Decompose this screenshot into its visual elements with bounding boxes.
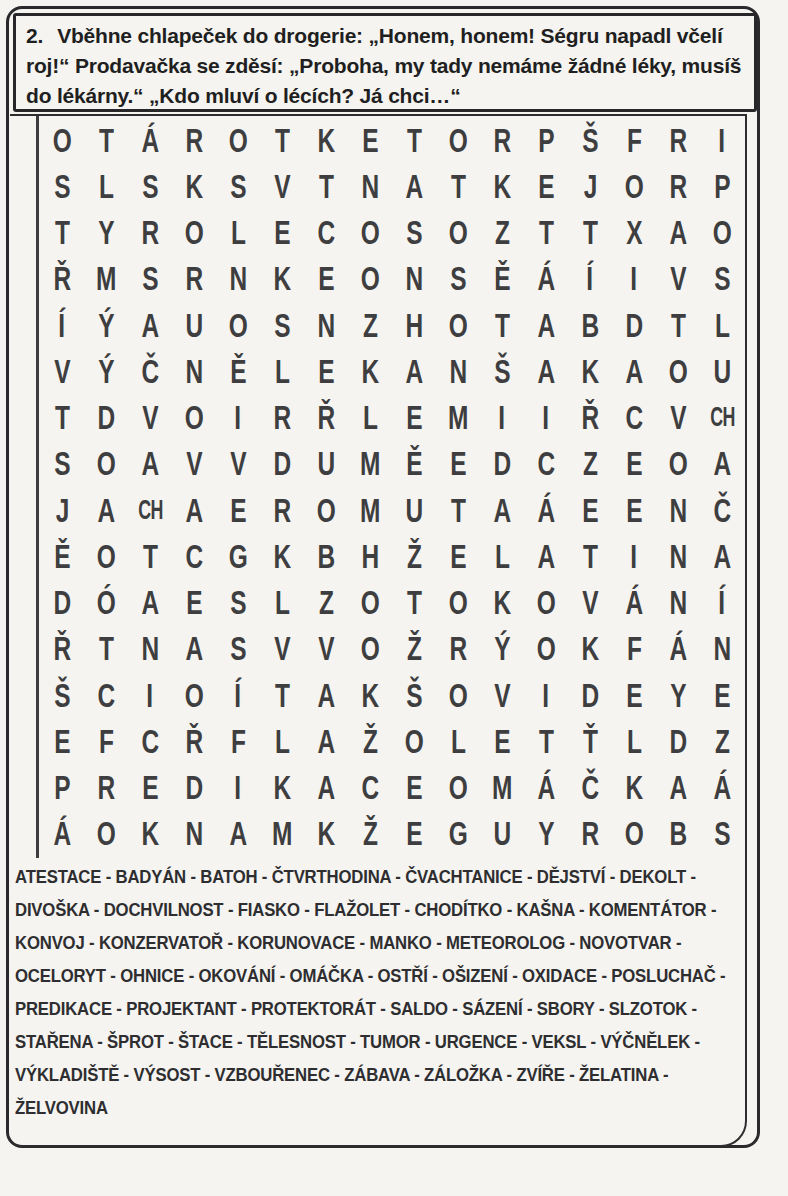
grid-cell: G bbox=[436, 811, 480, 857]
grid-cell: O bbox=[348, 256, 392, 302]
grid-cell: O bbox=[84, 533, 128, 579]
grid-cell: A bbox=[216, 811, 260, 857]
grid-cell: Ť bbox=[568, 718, 612, 764]
grid-cell: V bbox=[480, 672, 524, 718]
grid-cell: R bbox=[656, 117, 700, 163]
grid-cell: C bbox=[612, 395, 656, 441]
grid-cell: S bbox=[40, 441, 84, 487]
grid-cell: R bbox=[568, 811, 612, 857]
grid-cell: U bbox=[700, 348, 744, 394]
grid-cell: A bbox=[84, 487, 128, 533]
grid-cell: CH bbox=[700, 395, 744, 441]
word-list-line: STAŘENA - ŠPROT - ŠTACE - TĚLESNOST - TU… bbox=[15, 1025, 684, 1058]
grid-cell: O bbox=[436, 765, 480, 811]
grid-cell: A bbox=[128, 441, 172, 487]
grid-cell: E bbox=[304, 256, 348, 302]
grid-cell: L bbox=[260, 348, 304, 394]
grid-cell: O bbox=[656, 348, 700, 394]
grid-cell: K bbox=[304, 117, 348, 163]
grid-cell: E bbox=[524, 163, 568, 209]
grid-cell: T bbox=[40, 395, 84, 441]
grid-cell: E bbox=[480, 718, 524, 764]
grid-cell: K bbox=[480, 580, 524, 626]
grid-cell: N bbox=[656, 533, 700, 579]
grid-cell: O bbox=[392, 718, 436, 764]
grid-cell: A bbox=[656, 210, 700, 256]
grid-cell: T bbox=[436, 163, 480, 209]
grid-cell: K bbox=[612, 765, 656, 811]
grid-cell: O bbox=[656, 441, 700, 487]
grid-cell: A bbox=[304, 765, 348, 811]
grid-cell: Í bbox=[700, 580, 744, 626]
grid-cell: E bbox=[40, 718, 84, 764]
grid-cell: A bbox=[656, 765, 700, 811]
grid-cell: B bbox=[656, 811, 700, 857]
grid-cell: B bbox=[304, 533, 348, 579]
grid-cell: I bbox=[128, 672, 172, 718]
grid-cell: S bbox=[40, 163, 84, 209]
grid-cell: A bbox=[480, 487, 524, 533]
word-list-line: DIVOŠKA - DOCHVILNOST - FIASKO - FLAŽOLE… bbox=[15, 893, 684, 926]
grid-cell: V bbox=[568, 580, 612, 626]
grid-cell: R bbox=[436, 626, 480, 672]
grid-cell: R bbox=[84, 765, 128, 811]
grid-cell: Ž bbox=[348, 811, 392, 857]
grid-cell: T bbox=[84, 117, 128, 163]
grid-cell: A bbox=[304, 672, 348, 718]
grid-cell: V bbox=[172, 441, 216, 487]
grid-cell: Ž bbox=[392, 626, 436, 672]
grid-cell: C bbox=[172, 533, 216, 579]
grid-cell: R bbox=[480, 117, 524, 163]
grid-cell: V bbox=[260, 163, 304, 209]
grid-cell: V bbox=[656, 395, 700, 441]
grid-cell: E bbox=[304, 348, 348, 394]
grid-cell: V bbox=[128, 395, 172, 441]
grid-cell: A bbox=[392, 348, 436, 394]
grid-cell: T bbox=[40, 210, 84, 256]
grid-cell: O bbox=[612, 811, 656, 857]
grid-cell: K bbox=[348, 672, 392, 718]
grid-cell: K bbox=[172, 163, 216, 209]
grid-cell: A bbox=[612, 348, 656, 394]
grid-cell: N bbox=[392, 256, 436, 302]
grid-cell: Ř bbox=[40, 256, 84, 302]
grid-cell: A bbox=[172, 487, 216, 533]
grid-cell: N bbox=[700, 626, 744, 672]
grid-cell: O bbox=[348, 626, 392, 672]
grid-cell: K bbox=[304, 811, 348, 857]
grid-cell: O bbox=[348, 580, 392, 626]
word-list-line: KONVOJ - KONZERVATOŘ - KORUNOVACE - MANK… bbox=[15, 926, 684, 959]
grid-cell: S bbox=[216, 163, 260, 209]
word-search-grid: OTÁROTKETORPŠFRISLSKSVTNATKEJORPTYROLECO… bbox=[40, 117, 744, 857]
grid-cell: Z bbox=[348, 302, 392, 348]
grid-cell: L bbox=[700, 302, 744, 348]
grid-cell: K bbox=[260, 256, 304, 302]
grid-cell: Š bbox=[40, 672, 84, 718]
grid-cell: N bbox=[128, 626, 172, 672]
grid-cell: R bbox=[172, 256, 216, 302]
grid-cell: T bbox=[260, 672, 304, 718]
grid-cell: L bbox=[260, 718, 304, 764]
grid-cell: R bbox=[656, 163, 700, 209]
grid-cell: N bbox=[656, 487, 700, 533]
grid-cell: O bbox=[436, 302, 480, 348]
grid-cell: Z bbox=[480, 210, 524, 256]
grid-cell: Á bbox=[700, 765, 744, 811]
grid-cell: Č bbox=[128, 348, 172, 394]
grid-cell: P bbox=[524, 117, 568, 163]
grid-cell: Ý bbox=[84, 302, 128, 348]
grid-cell: T bbox=[392, 580, 436, 626]
grid-cell: K bbox=[260, 765, 304, 811]
grid-cell: T bbox=[568, 210, 612, 256]
grid-cell: Ř bbox=[172, 718, 216, 764]
grid-cell: O bbox=[172, 210, 216, 256]
grid-cell: F bbox=[84, 718, 128, 764]
grid-cell: E bbox=[568, 487, 612, 533]
grid-cell: T bbox=[304, 163, 348, 209]
grid-cell: Á bbox=[40, 811, 84, 857]
grid-cell: V bbox=[304, 626, 348, 672]
grid-cell: Ř bbox=[304, 395, 348, 441]
grid-cell: L bbox=[436, 718, 480, 764]
grid-cell: F bbox=[612, 117, 656, 163]
grid-cell: I bbox=[216, 395, 260, 441]
grid-cell: Ě bbox=[480, 256, 524, 302]
grid-cell: A bbox=[524, 348, 568, 394]
grid-cell: O bbox=[524, 580, 568, 626]
grid-cell: C bbox=[84, 672, 128, 718]
grid-cell: J bbox=[40, 487, 84, 533]
grid-cell: Á bbox=[128, 117, 172, 163]
grid-cell: C bbox=[304, 210, 348, 256]
grid-cell: O bbox=[216, 302, 260, 348]
grid-cell: I bbox=[524, 395, 568, 441]
grid-cell: O bbox=[40, 117, 84, 163]
grid-cell: Y bbox=[656, 672, 700, 718]
grid-cell: O bbox=[304, 487, 348, 533]
grid-cell: N bbox=[304, 302, 348, 348]
grid-cell: Ě bbox=[40, 533, 84, 579]
grid-cell: E bbox=[172, 580, 216, 626]
puzzle-intro: 2.Vběhne chlapeček do drogerie: „Honem, … bbox=[13, 13, 757, 112]
grid-cell: M bbox=[260, 811, 304, 857]
grid-cell: CH bbox=[128, 487, 172, 533]
grid-cell: E bbox=[612, 441, 656, 487]
grid-cell: I bbox=[524, 672, 568, 718]
grid-cell: T bbox=[84, 626, 128, 672]
grid-cell: F bbox=[216, 718, 260, 764]
grid-cell: O bbox=[172, 672, 216, 718]
grid-cell: O bbox=[84, 441, 128, 487]
grid-cell: R bbox=[260, 487, 304, 533]
grid-cell: S bbox=[128, 256, 172, 302]
grid-cell: D bbox=[480, 441, 524, 487]
grid-cell: I bbox=[700, 117, 744, 163]
grid-cell: Á bbox=[524, 765, 568, 811]
grid-cell: Ř bbox=[568, 395, 612, 441]
grid-cell: Š bbox=[568, 117, 612, 163]
grid-cell: V bbox=[216, 441, 260, 487]
grid-cell: V bbox=[40, 348, 84, 394]
word-list: ATESTACE - BADYÁN - BATOH - ČTVRTHODINA … bbox=[15, 860, 775, 1124]
grid-cell: K bbox=[568, 626, 612, 672]
grid-cell: G bbox=[216, 533, 260, 579]
grid-cell: M bbox=[480, 765, 524, 811]
grid-cell: K bbox=[568, 348, 612, 394]
grid-cell: A bbox=[128, 580, 172, 626]
grid-cell: J bbox=[568, 163, 612, 209]
grid-cell: E bbox=[612, 672, 656, 718]
puzzle-intro-text: Vběhne chlapeček do drogerie: „Honem, ho… bbox=[26, 24, 741, 107]
grid-cell: T bbox=[392, 117, 436, 163]
grid-cell: E bbox=[128, 765, 172, 811]
grid-cell: A bbox=[172, 626, 216, 672]
grid-cell: A bbox=[128, 302, 172, 348]
grid-cell: D bbox=[612, 302, 656, 348]
grid-cell: Y bbox=[84, 210, 128, 256]
grid-cell: Ě bbox=[216, 348, 260, 394]
grid-cell: M bbox=[84, 256, 128, 302]
grid-cell: N bbox=[216, 256, 260, 302]
grid-cell: E bbox=[436, 533, 480, 579]
puzzle-page: 2.Vběhne chlapeček do drogerie: „Honem, … bbox=[0, 0, 788, 1196]
grid-cell: I bbox=[480, 395, 524, 441]
grid-cell: Í bbox=[216, 672, 260, 718]
grid-cell: D bbox=[656, 718, 700, 764]
grid-cell: L bbox=[216, 210, 260, 256]
grid-cell: U bbox=[392, 487, 436, 533]
grid-cell: Z bbox=[304, 580, 348, 626]
grid-cell: E bbox=[260, 210, 304, 256]
grid-cell: A bbox=[392, 163, 436, 209]
word-list-line: ATESTACE - BADYÁN - BATOH - ČTVRTHODINA … bbox=[15, 860, 684, 893]
grid-cell: O bbox=[436, 117, 480, 163]
grid-cell: A bbox=[524, 302, 568, 348]
grid-cell: Ó bbox=[84, 580, 128, 626]
grid-cell: S bbox=[128, 163, 172, 209]
grid-cell: Á bbox=[612, 580, 656, 626]
grid-cell: Ž bbox=[348, 718, 392, 764]
grid-cell: R bbox=[260, 395, 304, 441]
grid-cell: O bbox=[84, 811, 128, 857]
grid-cell: Ě bbox=[392, 441, 436, 487]
grid-cell: D bbox=[172, 765, 216, 811]
grid-cell: O bbox=[216, 117, 260, 163]
grid-cell: A bbox=[524, 533, 568, 579]
grid-cell: E bbox=[700, 672, 744, 718]
grid-cell: Š bbox=[392, 672, 436, 718]
grid-cell: Á bbox=[524, 256, 568, 302]
grid-cell: T bbox=[656, 302, 700, 348]
grid-cell: I bbox=[216, 765, 260, 811]
grid-cell: C bbox=[348, 765, 392, 811]
grid-cell: T bbox=[524, 210, 568, 256]
grid-cell: H bbox=[392, 302, 436, 348]
grid-cell: E bbox=[348, 117, 392, 163]
grid-cell: O bbox=[348, 210, 392, 256]
grid-cell: V bbox=[260, 626, 304, 672]
grid-cell: S bbox=[260, 302, 304, 348]
grid-cell: O bbox=[612, 163, 656, 209]
grid-cell: N bbox=[436, 348, 480, 394]
grid-cell: U bbox=[172, 302, 216, 348]
grid-cell: T bbox=[436, 487, 480, 533]
grid-cell: E bbox=[392, 765, 436, 811]
grid-cell: Č bbox=[700, 487, 744, 533]
grid-cell: L bbox=[480, 533, 524, 579]
grid-cell: L bbox=[348, 395, 392, 441]
grid-cell: S bbox=[700, 256, 744, 302]
grid-cell: S bbox=[216, 580, 260, 626]
grid-cell: C bbox=[128, 718, 172, 764]
grid-cell: M bbox=[436, 395, 480, 441]
grid-cell: U bbox=[304, 441, 348, 487]
grid-cell: Z bbox=[568, 441, 612, 487]
grid-cell: S bbox=[392, 210, 436, 256]
grid-cell: Y bbox=[524, 811, 568, 857]
grid-cell: O bbox=[436, 672, 480, 718]
grid-cell: H bbox=[348, 533, 392, 579]
grid-cell: R bbox=[128, 210, 172, 256]
grid-cell: Ý bbox=[480, 626, 524, 672]
grid-cell: S bbox=[436, 256, 480, 302]
grid-cell: K bbox=[480, 163, 524, 209]
grid-cell: Š bbox=[480, 348, 524, 394]
grid-cell: N bbox=[656, 580, 700, 626]
grid-cell: E bbox=[216, 487, 260, 533]
grid-cell: S bbox=[216, 626, 260, 672]
grid-cell: V bbox=[656, 256, 700, 302]
grid-cell: D bbox=[40, 580, 84, 626]
grid-cell: O bbox=[436, 580, 480, 626]
grid-cell: S bbox=[700, 811, 744, 857]
grid-cell: E bbox=[392, 811, 436, 857]
grid-cell: D bbox=[568, 672, 612, 718]
grid-cell: B bbox=[568, 302, 612, 348]
grid-cell: X bbox=[612, 210, 656, 256]
grid-cell: Z bbox=[700, 718, 744, 764]
grid-cell: A bbox=[700, 441, 744, 487]
grid-cell: C bbox=[524, 441, 568, 487]
grid-cell: N bbox=[348, 163, 392, 209]
grid-cell: Í bbox=[568, 256, 612, 302]
grid-cell: P bbox=[700, 163, 744, 209]
word-list-line: ŽELVOVINA bbox=[15, 1091, 684, 1124]
grid-cell: T bbox=[128, 533, 172, 579]
grid-cell: O bbox=[436, 210, 480, 256]
grid-cell: Č bbox=[568, 765, 612, 811]
grid-cell: L bbox=[84, 163, 128, 209]
grid-cell: I bbox=[612, 256, 656, 302]
grid-cell: M bbox=[348, 487, 392, 533]
grid-cell: Ž bbox=[392, 533, 436, 579]
puzzle-number: 2. bbox=[26, 24, 43, 47]
grid-cell: T bbox=[260, 117, 304, 163]
grid-cell: A bbox=[304, 718, 348, 764]
grid-cell: I bbox=[612, 533, 656, 579]
grid-cell: E bbox=[436, 441, 480, 487]
grid-cell: K bbox=[260, 533, 304, 579]
grid-cell: T bbox=[568, 533, 612, 579]
grid-cell: E bbox=[612, 487, 656, 533]
grid-cell: A bbox=[700, 533, 744, 579]
grid-cell: O bbox=[700, 210, 744, 256]
grid-cell: E bbox=[392, 395, 436, 441]
grid-cell: Ý bbox=[84, 348, 128, 394]
grid-cell: N bbox=[172, 811, 216, 857]
grid-cell: K bbox=[348, 348, 392, 394]
grid-cell: N bbox=[172, 348, 216, 394]
grid-cell: O bbox=[172, 395, 216, 441]
grid-cell: U bbox=[480, 811, 524, 857]
grid-cell: Ř bbox=[40, 626, 84, 672]
grid-cell: O bbox=[524, 626, 568, 672]
grid-cell: P bbox=[40, 765, 84, 811]
grid-cell: T bbox=[524, 718, 568, 764]
grid-cell: M bbox=[348, 441, 392, 487]
grid-left-border bbox=[36, 116, 39, 858]
word-list-line: OCELORYT - OHNICE - OKOVÁNÍ - OMÁČKA - O… bbox=[15, 959, 684, 992]
word-list-line: PREDIKACE - PROJEKTANT - PROTEKTORÁT - S… bbox=[15, 992, 684, 1025]
grid-cell: Á bbox=[656, 626, 700, 672]
grid-cell: D bbox=[84, 395, 128, 441]
grid-cell: Á bbox=[524, 487, 568, 533]
word-list-line: VÝKLADIŠTĚ - VÝSOST - VZBOUŘENEC - ZÁBAV… bbox=[15, 1058, 684, 1091]
grid-cell: L bbox=[612, 718, 656, 764]
grid-cell: D bbox=[260, 441, 304, 487]
grid-cell: L bbox=[260, 580, 304, 626]
grid-cell: R bbox=[172, 117, 216, 163]
grid-cell: F bbox=[612, 626, 656, 672]
grid-cell: K bbox=[128, 811, 172, 857]
grid-cell: Í bbox=[40, 302, 84, 348]
grid-cell: T bbox=[480, 302, 524, 348]
